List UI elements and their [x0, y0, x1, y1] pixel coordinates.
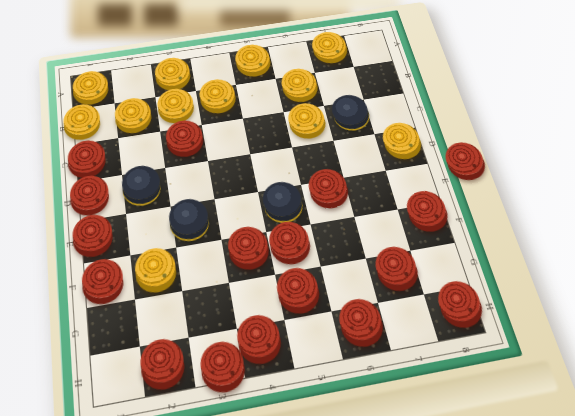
row-label-right-G: G [466, 255, 482, 269]
col-label-bottom-5: 5 [314, 369, 330, 385]
row-label-right-A: A [391, 39, 404, 49]
col-label-bottom-2: 2 [164, 398, 180, 415]
square-H1[interactable] [90, 347, 145, 407]
row-label-left-G: G [68, 326, 82, 341]
box-slot [98, 4, 132, 26]
col-label-top-8: 8 [354, 20, 367, 30]
col-label-top-4: 4 [202, 42, 214, 52]
col-label-top-3: 3 [163, 48, 175, 58]
col-label-top-1: 1 [85, 60, 97, 70]
col-label-top-2: 2 [124, 54, 136, 64]
col-label-bottom-3: 3 [215, 388, 231, 405]
col-label-bottom-1: 1 [113, 407, 128, 416]
row-label-right-E: E [438, 175, 453, 187]
col-label-bottom-4: 4 [264, 379, 280, 396]
row-label-right-C: C [413, 103, 427, 114]
row-label-right-D: D [425, 138, 440, 150]
board-3d-scene: AA11BB22CC33DD44EE55FF66GG77HH88 [46, 10, 523, 416]
col-label-top-6: 6 [279, 31, 291, 41]
square-H2[interactable] [140, 338, 196, 397]
checker-red-F1[interactable] [81, 256, 125, 301]
row-label-left-F: F [66, 280, 80, 294]
checkers-board: AA11BB22CC33DD44EE55FF66GG77HH88 [46, 10, 523, 416]
row-label-left-H: H [71, 375, 86, 392]
row-label-right-B: B [401, 70, 415, 80]
photo-scene: { "game": "checkers (draughts) — overhea… [0, 0, 575, 416]
row-label-right-F: F [451, 214, 467, 227]
background-wood-strip [180, 0, 400, 10]
row-label-left-A: A [55, 89, 67, 100]
box-slot [144, 4, 178, 26]
